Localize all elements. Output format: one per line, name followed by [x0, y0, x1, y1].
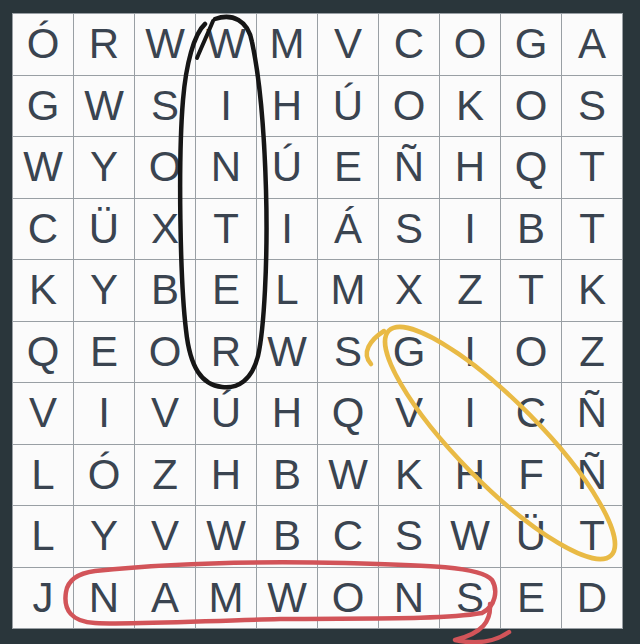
grid-cell: E	[74, 322, 135, 384]
grid-cell: H	[257, 76, 318, 138]
grid-cell: H	[440, 137, 501, 199]
grid-cell: K	[379, 445, 440, 507]
grid-cell: Q	[318, 383, 379, 445]
grid-cell: N	[196, 137, 257, 199]
grid-cell: T	[562, 506, 623, 568]
grid-cell: Z	[440, 260, 501, 322]
grid-cell: I	[440, 322, 501, 384]
grid-cell: I	[440, 383, 501, 445]
grid-cell: A	[562, 14, 623, 76]
grid-cell: S	[440, 568, 501, 630]
grid-cell: Y	[74, 137, 135, 199]
grid-cell: D	[562, 568, 623, 630]
grid-cell: W	[318, 445, 379, 507]
grid-cell: N	[379, 568, 440, 630]
grid-cell: Ó	[13, 14, 74, 76]
grid-cell: W	[196, 14, 257, 76]
grid-cell: T	[196, 199, 257, 261]
grid-cell: W	[257, 322, 318, 384]
grid-cell: Y	[74, 506, 135, 568]
grid-cell: T	[501, 260, 562, 322]
grid-cell: B	[501, 199, 562, 261]
grid-cell: L	[13, 445, 74, 507]
grid-cell: W	[13, 137, 74, 199]
grid-cell: E	[196, 260, 257, 322]
grid-cell: M	[318, 260, 379, 322]
grid-cell: I	[257, 199, 318, 261]
grid-cell: V	[135, 383, 196, 445]
grid-cell: J	[13, 568, 74, 630]
grid-cell: B	[257, 506, 318, 568]
grid-cell: O	[501, 322, 562, 384]
grid-cell: C	[13, 199, 74, 261]
grid-cell: A	[135, 568, 196, 630]
grid-cell: W	[257, 568, 318, 630]
grid-cell: Z	[562, 322, 623, 384]
grid-cell: Á	[318, 199, 379, 261]
grid-cell: Q	[501, 137, 562, 199]
grid-cell: K	[562, 260, 623, 322]
grid-cell: Ó	[74, 445, 135, 507]
grid-cell: K	[440, 76, 501, 138]
grid-cell: H	[440, 445, 501, 507]
grid-cell: M	[257, 14, 318, 76]
grid-cell: V	[379, 383, 440, 445]
grid-cell: O	[440, 14, 501, 76]
grid-cell: Ñ	[562, 445, 623, 507]
word-search-puzzle: ÓRWWMVCOGAGWSIHÚOKOSWYONÚEÑHQTCÜXTIÁSIBT…	[0, 0, 640, 644]
grid-cell: K	[13, 260, 74, 322]
grid-cell: L	[257, 260, 318, 322]
grid-cell: T	[562, 137, 623, 199]
grid-cell: Ü	[74, 199, 135, 261]
grid-cell: S	[379, 506, 440, 568]
grid-cell: O	[379, 76, 440, 138]
grid-cell: Z	[135, 445, 196, 507]
grid-cell: W	[196, 506, 257, 568]
grid-cell: T	[562, 199, 623, 261]
grid-cell: B	[135, 260, 196, 322]
grid-cell: R	[196, 322, 257, 384]
grid-cell: G	[501, 14, 562, 76]
grid-cell: G	[379, 322, 440, 384]
grid-cell: S	[318, 322, 379, 384]
grid-cell: B	[257, 445, 318, 507]
grid-cell: X	[135, 199, 196, 261]
grid-cell: Ñ	[379, 137, 440, 199]
grid-cell: M	[196, 568, 257, 630]
grid-cell: Y	[74, 260, 135, 322]
grid-cell: I	[440, 199, 501, 261]
grid-cell: S	[135, 76, 196, 138]
grid-cell: W	[440, 506, 501, 568]
grid-cell: O	[318, 568, 379, 630]
grid-cell: V	[13, 383, 74, 445]
grid-cell: C	[501, 383, 562, 445]
grid-cell: F	[501, 445, 562, 507]
grid-cell: Ú	[318, 76, 379, 138]
grid-cell: E	[501, 568, 562, 630]
grid-cell: Ú	[257, 137, 318, 199]
grid-cell: Q	[13, 322, 74, 384]
grid-cell: N	[74, 568, 135, 630]
grid-cell: V	[135, 506, 196, 568]
grid-cell: Ú	[196, 383, 257, 445]
grid-cell: E	[318, 137, 379, 199]
letter-grid: ÓRWWMVCOGAGWSIHÚOKOSWYONÚEÑHQTCÜXTIÁSIBT…	[12, 13, 623, 629]
grid-cell: W	[135, 14, 196, 76]
grid-cell: V	[318, 14, 379, 76]
grid-cell: C	[318, 506, 379, 568]
grid-cell: I	[74, 383, 135, 445]
grid-cell: O	[135, 322, 196, 384]
grid-cell: Ü	[501, 506, 562, 568]
grid-cell: R	[74, 14, 135, 76]
grid-cell: W	[74, 76, 135, 138]
grid-cell: S	[379, 199, 440, 261]
grid-cell: H	[257, 383, 318, 445]
grid-cell: Ñ	[562, 383, 623, 445]
grid-cell: H	[196, 445, 257, 507]
grid-cell: I	[196, 76, 257, 138]
grid-cell: L	[13, 506, 74, 568]
grid-cell: O	[135, 137, 196, 199]
grid-cell: X	[379, 260, 440, 322]
grid-cell: C	[379, 14, 440, 76]
grid-cell: G	[13, 76, 74, 138]
grid-cell: S	[562, 76, 623, 138]
grid-cell: O	[501, 76, 562, 138]
